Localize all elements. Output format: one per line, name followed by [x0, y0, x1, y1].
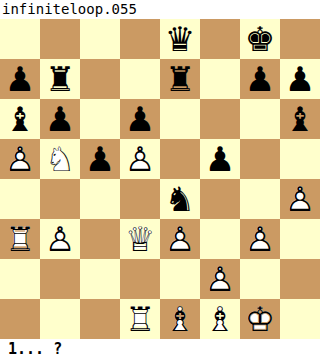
- piece-white-knight: ♞♘: [40, 139, 80, 179]
- piece-black-pawn: ♟: [240, 59, 280, 99]
- piece-white-pawn: ♟♙: [120, 139, 160, 179]
- square-d3[interactable]: ♛♕: [120, 219, 160, 259]
- piece-black-pawn: ♟: [200, 139, 240, 179]
- square-a7[interactable]: ♟: [0, 59, 40, 99]
- square-c5[interactable]: ♟: [80, 139, 120, 179]
- title-bar: infiniteloop.055: [0, 0, 320, 19]
- board: ♛♚♟♜♜♟♟♝♟♟♝♟♙♞♘♟♟♙♟♞♟♙♜♖♟♙♛♕♟♙♟♙♟♙♜♖♝♗♝♗…: [0, 19, 320, 339]
- piece-black-king: ♚: [240, 19, 280, 59]
- square-b8[interactable]: [40, 19, 80, 59]
- square-c1[interactable]: [80, 299, 120, 339]
- square-b5[interactable]: ♞♘: [40, 139, 80, 179]
- square-f1[interactable]: ♝♗: [200, 299, 240, 339]
- move-prompt: 1... ?: [0, 339, 62, 360]
- square-c4[interactable]: [80, 179, 120, 219]
- square-h8[interactable]: [280, 19, 320, 59]
- square-f7[interactable]: [200, 59, 240, 99]
- square-h2[interactable]: [280, 259, 320, 299]
- square-g3[interactable]: ♟♙: [240, 219, 280, 259]
- square-a4[interactable]: [0, 179, 40, 219]
- square-g7[interactable]: ♟: [240, 59, 280, 99]
- square-d8[interactable]: [120, 19, 160, 59]
- piece-black-pawn: ♟: [40, 99, 80, 139]
- square-c8[interactable]: [80, 19, 120, 59]
- piece-black-bishop: ♝: [0, 99, 40, 139]
- square-c6[interactable]: [80, 99, 120, 139]
- square-e4[interactable]: ♞: [160, 179, 200, 219]
- square-g6[interactable]: [240, 99, 280, 139]
- square-e5[interactable]: [160, 139, 200, 179]
- square-b7[interactable]: ♜: [40, 59, 80, 99]
- square-f5[interactable]: ♟: [200, 139, 240, 179]
- square-f6[interactable]: [200, 99, 240, 139]
- square-d7[interactable]: [120, 59, 160, 99]
- square-a1[interactable]: [0, 299, 40, 339]
- square-c3[interactable]: [80, 219, 120, 259]
- piece-white-pawn: ♟♙: [240, 219, 280, 259]
- square-a3[interactable]: ♜♖: [0, 219, 40, 259]
- piece-white-pawn: ♟♙: [280, 179, 320, 219]
- piece-white-pawn: ♟♙: [200, 259, 240, 299]
- piece-black-bishop: ♝: [280, 99, 320, 139]
- square-h6[interactable]: ♝: [280, 99, 320, 139]
- piece-white-pawn: ♟♙: [40, 219, 80, 259]
- piece-white-rook: ♜♖: [120, 299, 160, 339]
- square-f4[interactable]: [200, 179, 240, 219]
- chess-puzzle-app: infiniteloop.055 ♛♚♟♜♜♟♟♝♟♟♝♟♙♞♘♟♟♙♟♞♟♙♜…: [0, 0, 320, 360]
- square-c7[interactable]: [80, 59, 120, 99]
- square-e6[interactable]: [160, 99, 200, 139]
- square-f2[interactable]: ♟♙: [200, 259, 240, 299]
- square-a2[interactable]: [0, 259, 40, 299]
- square-d1[interactable]: ♜♖: [120, 299, 160, 339]
- square-a6[interactable]: ♝: [0, 99, 40, 139]
- square-e1[interactable]: ♝♗: [160, 299, 200, 339]
- square-b4[interactable]: [40, 179, 80, 219]
- caption-bar: 1... ?: [0, 339, 320, 360]
- square-h5[interactable]: [280, 139, 320, 179]
- square-a5[interactable]: ♟♙: [0, 139, 40, 179]
- piece-white-queen: ♛♕: [120, 219, 160, 259]
- piece-white-bishop: ♝♗: [160, 299, 200, 339]
- square-b2[interactable]: [40, 259, 80, 299]
- square-d2[interactable]: [120, 259, 160, 299]
- square-e7[interactable]: ♜: [160, 59, 200, 99]
- square-g8[interactable]: ♚: [240, 19, 280, 59]
- square-h1[interactable]: [280, 299, 320, 339]
- square-e3[interactable]: ♟♙: [160, 219, 200, 259]
- square-b6[interactable]: ♟: [40, 99, 80, 139]
- piece-black-queen: ♛: [160, 19, 200, 59]
- square-g2[interactable]: [240, 259, 280, 299]
- piece-white-bishop: ♝♗: [200, 299, 240, 339]
- piece-white-king: ♚♔: [240, 299, 280, 339]
- square-e8[interactable]: ♛: [160, 19, 200, 59]
- piece-white-pawn: ♟♙: [160, 219, 200, 259]
- square-h7[interactable]: ♟: [280, 59, 320, 99]
- square-c2[interactable]: [80, 259, 120, 299]
- square-d6[interactable]: ♟: [120, 99, 160, 139]
- square-a8[interactable]: [0, 19, 40, 59]
- square-d5[interactable]: ♟♙: [120, 139, 160, 179]
- piece-white-pawn: ♟♙: [0, 139, 40, 179]
- piece-black-pawn: ♟: [120, 99, 160, 139]
- square-h4[interactable]: ♟♙: [280, 179, 320, 219]
- piece-black-pawn: ♟: [0, 59, 40, 99]
- square-g5[interactable]: [240, 139, 280, 179]
- piece-black-pawn: ♟: [80, 139, 120, 179]
- square-e2[interactable]: [160, 259, 200, 299]
- square-h3[interactable]: [280, 219, 320, 259]
- square-b1[interactable]: [40, 299, 80, 339]
- square-b3[interactable]: ♟♙: [40, 219, 80, 259]
- square-g4[interactable]: [240, 179, 280, 219]
- square-f8[interactable]: [200, 19, 240, 59]
- piece-black-rook: ♜: [40, 59, 80, 99]
- square-g1[interactable]: ♚♔: [240, 299, 280, 339]
- piece-white-rook: ♜♖: [0, 219, 40, 259]
- square-d4[interactable]: [120, 179, 160, 219]
- piece-black-rook: ♜: [160, 59, 200, 99]
- piece-black-knight: ♞: [160, 179, 200, 219]
- piece-black-pawn: ♟: [280, 59, 320, 99]
- square-f3[interactable]: [200, 219, 240, 259]
- puzzle-title: infiniteloop.055: [0, 0, 137, 19]
